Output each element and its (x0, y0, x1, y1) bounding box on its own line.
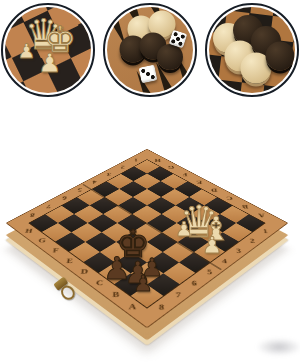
pieces-overlay: ♚♟♟♟♟♛♝♟♟ (0, 0, 300, 363)
product-photo: ♟♛♚♟ HGFEDCBA1122334455667788HGFEDCBA (0, 0, 300, 363)
chess-piece-light-pawn: ♟ (175, 219, 193, 239)
chess-piece-dark-pawn: ♟ (133, 273, 153, 295)
board-scene: HGFEDCBA1122334455667788HGFEDCBA ♚♟♟♟♟♛♝… (0, 0, 300, 363)
chess-piece-light-pawn: ♟ (202, 234, 223, 257)
floor-shadow (256, 338, 300, 356)
